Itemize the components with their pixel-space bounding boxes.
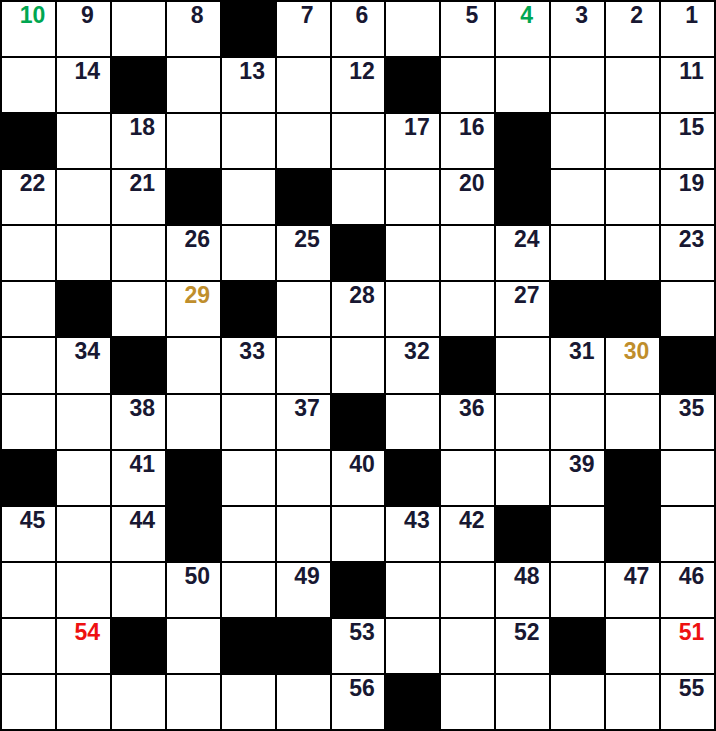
black-cell [2, 114, 55, 168]
black-cell [551, 619, 604, 673]
white-cell[interactable] [57, 563, 110, 617]
white-cell[interactable] [2, 619, 55, 673]
white-cell[interactable] [277, 338, 330, 392]
white-cell[interactable]: 47 [606, 563, 659, 617]
black-cell [222, 619, 275, 673]
white-cell[interactable] [496, 451, 549, 505]
white-cell[interactable]: 38 [112, 395, 165, 449]
white-cell[interactable]: 22 [2, 170, 55, 224]
white-cell[interactable] [551, 563, 604, 617]
white-cell[interactable]: 43 [386, 507, 439, 561]
clue-number: 34 [61, 339, 110, 363]
white-cell[interactable]: 42 [441, 507, 494, 561]
white-cell[interactable] [386, 170, 439, 224]
white-cell[interactable] [661, 451, 714, 505]
white-cell[interactable] [2, 338, 55, 392]
white-cell[interactable]: 51 [661, 619, 714, 673]
clue-number: 20 [445, 171, 494, 195]
clue-number: 54 [61, 620, 110, 644]
white-cell[interactable]: 33 [222, 338, 275, 392]
white-cell[interactable] [112, 563, 165, 617]
white-cell[interactable]: 53 [332, 619, 385, 673]
white-cell[interactable] [386, 395, 439, 449]
white-cell[interactable] [441, 451, 494, 505]
white-cell[interactable]: 36 [441, 395, 494, 449]
white-cell[interactable]: 32 [386, 338, 439, 392]
white-cell[interactable] [386, 563, 439, 617]
white-cell[interactable] [441, 563, 494, 617]
white-cell[interactable] [441, 675, 494, 729]
white-cell[interactable] [167, 114, 220, 168]
white-cell[interactable] [2, 282, 55, 336]
clue-number: 8 [171, 3, 220, 27]
clue-number: 51 [665, 620, 714, 644]
clue-number: 32 [390, 339, 439, 363]
black-cell [2, 451, 55, 505]
white-cell[interactable]: 54 [57, 619, 110, 673]
white-cell[interactable]: 55 [661, 675, 714, 729]
clue-number: 55 [665, 676, 714, 700]
white-cell[interactable]: 6 [332, 2, 385, 56]
white-cell[interactable] [222, 563, 275, 617]
clue-number: 46 [665, 564, 714, 588]
white-cell[interactable] [441, 58, 494, 112]
clue-number: 45 [6, 508, 55, 532]
white-cell[interactable]: 18 [112, 114, 165, 168]
white-cell[interactable] [167, 338, 220, 392]
clue-number: 35 [665, 396, 714, 420]
white-cell[interactable] [441, 619, 494, 673]
clue-number: 1 [665, 3, 714, 27]
white-cell[interactable] [2, 226, 55, 280]
clue-number: 24 [500, 227, 549, 251]
black-cell [112, 338, 165, 392]
clue-number: 38 [116, 396, 165, 420]
white-cell[interactable] [441, 282, 494, 336]
white-cell[interactable] [277, 58, 330, 112]
white-cell[interactable] [332, 114, 385, 168]
white-cell[interactable]: 12 [332, 58, 385, 112]
black-cell [277, 619, 330, 673]
clue-number: 28 [336, 283, 385, 307]
white-cell[interactable] [57, 170, 110, 224]
clue-number: 12 [336, 59, 385, 83]
clue-number: 52 [500, 620, 549, 644]
white-cell[interactable] [57, 451, 110, 505]
white-cell[interactable] [441, 226, 494, 280]
white-cell[interactable] [222, 675, 275, 729]
clue-number: 16 [445, 115, 494, 139]
black-cell [332, 395, 385, 449]
white-cell[interactable]: 44 [112, 507, 165, 561]
white-cell[interactable]: 16 [441, 114, 494, 168]
clue-number: 47 [610, 564, 659, 588]
black-cell [496, 507, 549, 561]
white-cell[interactable] [496, 395, 549, 449]
black-cell [386, 451, 439, 505]
white-cell[interactable]: 52 [496, 619, 549, 673]
white-cell[interactable]: 7 [277, 2, 330, 56]
white-cell[interactable] [222, 507, 275, 561]
clue-number: 39 [555, 452, 604, 476]
black-cell [551, 282, 604, 336]
black-cell [606, 282, 659, 336]
white-cell[interactable]: 20 [441, 170, 494, 224]
white-cell[interactable]: 27 [496, 282, 549, 336]
clue-number: 49 [281, 564, 330, 588]
white-cell[interactable]: 35 [661, 395, 714, 449]
black-cell [332, 563, 385, 617]
white-cell[interactable]: 24 [496, 226, 549, 280]
clue-number: 42 [445, 508, 494, 532]
clue-number: 9 [61, 3, 110, 27]
white-cell[interactable]: 13 [222, 58, 275, 112]
white-cell[interactable] [551, 675, 604, 729]
white-cell[interactable]: 50 [167, 563, 220, 617]
white-cell[interactable]: 3 [551, 2, 604, 56]
clue-number: 44 [116, 508, 165, 532]
black-cell [386, 675, 439, 729]
black-cell [496, 170, 549, 224]
white-cell[interactable] [332, 507, 385, 561]
white-cell[interactable]: 37 [277, 395, 330, 449]
clue-number: 40 [336, 452, 385, 476]
white-cell[interactable] [551, 114, 604, 168]
white-cell[interactable] [112, 2, 165, 56]
black-cell [441, 338, 494, 392]
white-cell[interactable]: 8 [167, 2, 220, 56]
white-cell[interactable]: 15 [661, 114, 714, 168]
crossword-grid: 1098765432114131211181716152221201926252… [0, 0, 716, 731]
white-cell[interactable] [112, 675, 165, 729]
black-cell [386, 58, 439, 112]
white-cell[interactable] [112, 282, 165, 336]
clue-number: 53 [336, 620, 385, 644]
clue-number: 30 [610, 339, 659, 363]
white-cell[interactable]: 11 [661, 58, 714, 112]
clue-number: 31 [555, 339, 604, 363]
white-cell[interactable] [496, 58, 549, 112]
white-cell[interactable]: 46 [661, 563, 714, 617]
white-cell[interactable] [551, 395, 604, 449]
white-cell[interactable] [167, 395, 220, 449]
clue-number: 7 [281, 3, 330, 27]
white-cell[interactable]: 41 [112, 451, 165, 505]
clue-number: 25 [281, 227, 330, 251]
white-cell[interactable] [606, 114, 659, 168]
white-cell[interactable]: 19 [661, 170, 714, 224]
white-cell[interactable]: 31 [551, 338, 604, 392]
clue-number: 11 [665, 59, 714, 83]
clue-number: 48 [500, 564, 549, 588]
clue-number: 14 [61, 59, 110, 83]
clue-number: 2 [610, 3, 659, 27]
black-cell [222, 2, 275, 56]
clue-number: 43 [390, 508, 439, 532]
clue-number: 13 [226, 59, 275, 83]
black-cell [277, 170, 330, 224]
white-cell[interactable]: 28 [332, 282, 385, 336]
white-cell[interactable] [57, 114, 110, 168]
white-cell[interactable] [167, 619, 220, 673]
white-cell[interactable]: 10 [2, 2, 55, 56]
white-cell[interactable]: 29 [167, 282, 220, 336]
white-cell[interactable] [496, 675, 549, 729]
clue-number: 37 [281, 396, 330, 420]
white-cell[interactable] [277, 282, 330, 336]
clue-number: 41 [116, 452, 165, 476]
white-cell[interactable]: 56 [332, 675, 385, 729]
white-cell[interactable]: 45 [2, 507, 55, 561]
white-cell[interactable] [386, 282, 439, 336]
clue-number: 3 [555, 3, 604, 27]
white-cell[interactable] [57, 507, 110, 561]
white-cell[interactable] [661, 282, 714, 336]
white-cell[interactable] [222, 395, 275, 449]
white-cell[interactable]: 17 [386, 114, 439, 168]
white-cell[interactable]: 2 [606, 2, 659, 56]
white-cell[interactable] [606, 58, 659, 112]
black-cell [167, 507, 220, 561]
clue-number: 17 [390, 115, 439, 139]
white-cell[interactable] [2, 58, 55, 112]
white-cell[interactable] [167, 675, 220, 729]
white-cell[interactable] [222, 114, 275, 168]
white-cell[interactable]: 34 [57, 338, 110, 392]
white-cell[interactable] [2, 395, 55, 449]
white-cell[interactable]: 48 [496, 563, 549, 617]
clue-number: 5 [445, 3, 494, 27]
white-cell[interactable]: 4 [496, 2, 549, 56]
white-cell[interactable] [112, 226, 165, 280]
white-cell[interactable] [277, 451, 330, 505]
clue-number: 29 [171, 283, 220, 307]
white-cell[interactable]: 40 [332, 451, 385, 505]
white-cell[interactable] [606, 395, 659, 449]
white-cell[interactable] [551, 170, 604, 224]
black-cell [112, 58, 165, 112]
white-cell[interactable]: 25 [277, 226, 330, 280]
black-cell [57, 282, 110, 336]
clue-number: 22 [6, 171, 55, 195]
clue-number: 23 [665, 227, 714, 251]
white-cell[interactable] [57, 226, 110, 280]
white-cell[interactable] [222, 170, 275, 224]
white-cell[interactable] [606, 170, 659, 224]
white-cell[interactable] [661, 507, 714, 561]
white-cell[interactable] [386, 2, 439, 56]
white-cell[interactable] [277, 507, 330, 561]
white-cell[interactable] [277, 675, 330, 729]
white-cell[interactable] [551, 507, 604, 561]
white-cell[interactable]: 21 [112, 170, 165, 224]
white-cell[interactable] [2, 675, 55, 729]
clue-number: 50 [171, 564, 220, 588]
clue-number: 36 [445, 396, 494, 420]
white-cell[interactable] [606, 619, 659, 673]
black-cell [167, 451, 220, 505]
white-cell[interactable]: 23 [661, 226, 714, 280]
clue-number: 4 [500, 3, 549, 27]
white-cell[interactable]: 39 [551, 451, 604, 505]
white-cell[interactable] [386, 226, 439, 280]
black-cell [496, 114, 549, 168]
white-cell[interactable]: 26 [167, 226, 220, 280]
white-cell[interactable]: 5 [441, 2, 494, 56]
white-cell[interactable] [222, 226, 275, 280]
clue-number: 10 [6, 3, 55, 27]
white-cell[interactable]: 9 [57, 2, 110, 56]
clue-number: 18 [116, 115, 165, 139]
black-cell [167, 170, 220, 224]
white-cell[interactable] [551, 226, 604, 280]
clue-number: 26 [171, 227, 220, 251]
clue-number: 21 [116, 171, 165, 195]
white-cell[interactable] [386, 619, 439, 673]
white-cell[interactable] [496, 338, 549, 392]
black-cell [332, 226, 385, 280]
white-cell[interactable]: 30 [606, 338, 659, 392]
white-cell[interactable] [606, 675, 659, 729]
white-cell[interactable] [167, 58, 220, 112]
white-cell[interactable] [332, 338, 385, 392]
clue-number: 33 [226, 339, 275, 363]
white-cell[interactable] [57, 675, 110, 729]
black-cell [112, 619, 165, 673]
white-cell[interactable] [57, 395, 110, 449]
black-cell [661, 338, 714, 392]
black-cell [606, 451, 659, 505]
clue-number: 19 [665, 171, 714, 195]
white-cell[interactable] [606, 226, 659, 280]
white-cell[interactable] [551, 58, 604, 112]
clue-number: 56 [336, 676, 385, 700]
clue-number: 27 [500, 283, 549, 307]
clue-number: 15 [665, 115, 714, 139]
white-cell[interactable]: 49 [277, 563, 330, 617]
white-cell[interactable] [222, 451, 275, 505]
white-cell[interactable]: 14 [57, 58, 110, 112]
white-cell[interactable] [2, 563, 55, 617]
white-cell[interactable] [277, 114, 330, 168]
black-cell [222, 282, 275, 336]
white-cell[interactable] [332, 170, 385, 224]
black-cell [606, 507, 659, 561]
white-cell[interactable]: 1 [661, 2, 714, 56]
clue-number: 6 [336, 3, 385, 27]
